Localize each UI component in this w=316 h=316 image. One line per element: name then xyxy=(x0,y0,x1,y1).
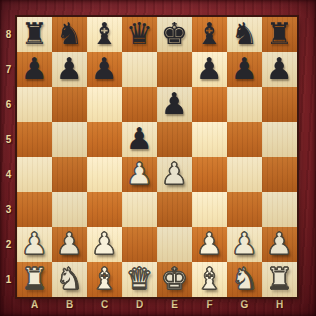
square-a4[interactable] xyxy=(17,157,52,192)
square-g8[interactable]: ♞ xyxy=(227,17,262,52)
square-d1[interactable]: ♛ xyxy=(122,262,157,297)
square-a2[interactable]: ♟ xyxy=(17,227,52,262)
black-pawn-icon[interactable]: ♟ xyxy=(227,52,262,87)
square-a5[interactable] xyxy=(17,122,52,157)
file-label: C xyxy=(87,297,122,316)
square-f7[interactable]: ♟ xyxy=(192,52,227,87)
rank-label: 6 xyxy=(0,87,17,122)
white-pawn-icon[interactable]: ♟ xyxy=(262,227,297,262)
square-e6[interactable]: ♟ xyxy=(157,87,192,122)
file-label: H xyxy=(262,297,297,316)
chess-board: ♜♞♝♛♚♝♞♜♟♟♟♟♟♟♟♟♟♟♟♟♟♟♟♟♜♞♝♛♚♝♞♜ xyxy=(17,17,297,297)
chess-board-frame: 87654321 ABCDEFGH ♜♞♝♛♚♝♞♜♟♟♟♟♟♟♟♟♟♟♟♟♟♟… xyxy=(0,0,316,316)
square-a8[interactable]: ♜ xyxy=(17,17,52,52)
white-pawn-icon[interactable]: ♟ xyxy=(87,227,122,262)
square-f8[interactable]: ♝ xyxy=(192,17,227,52)
square-d4[interactable]: ♟ xyxy=(122,157,157,192)
black-pawn-icon[interactable]: ♟ xyxy=(192,52,227,87)
rank-label: 8 xyxy=(0,17,17,52)
square-h4[interactable] xyxy=(262,157,297,192)
white-pawn-icon[interactable]: ♟ xyxy=(192,227,227,262)
black-rook-icon[interactable]: ♜ xyxy=(262,17,297,52)
black-queen-icon[interactable]: ♛ xyxy=(122,17,157,52)
square-a1[interactable]: ♜ xyxy=(17,262,52,297)
square-c4[interactable] xyxy=(87,157,122,192)
square-g3[interactable] xyxy=(227,192,262,227)
file-label: A xyxy=(17,297,52,316)
square-d8[interactable]: ♛ xyxy=(122,17,157,52)
square-h8[interactable]: ♜ xyxy=(262,17,297,52)
file-label: F xyxy=(192,297,227,316)
square-e7[interactable] xyxy=(157,52,192,87)
square-c8[interactable]: ♝ xyxy=(87,17,122,52)
white-queen-icon[interactable]: ♛ xyxy=(122,262,157,297)
square-g2[interactable]: ♟ xyxy=(227,227,262,262)
square-f5[interactable] xyxy=(192,122,227,157)
square-g7[interactable]: ♟ xyxy=(227,52,262,87)
rank-label: 1 xyxy=(0,262,17,297)
white-pawn-icon[interactable]: ♟ xyxy=(17,227,52,262)
rank-label: 5 xyxy=(0,122,17,157)
square-e3[interactable] xyxy=(157,192,192,227)
square-f6[interactable] xyxy=(192,87,227,122)
square-e1[interactable]: ♚ xyxy=(157,262,192,297)
square-b6[interactable] xyxy=(52,87,87,122)
black-pawn-icon[interactable]: ♟ xyxy=(17,52,52,87)
rank-label: 2 xyxy=(0,227,17,262)
white-rook-icon[interactable]: ♜ xyxy=(262,262,297,297)
white-pawn-icon[interactable]: ♟ xyxy=(227,227,262,262)
square-c5[interactable] xyxy=(87,122,122,157)
square-b7[interactable]: ♟ xyxy=(52,52,87,87)
white-rook-icon[interactable]: ♜ xyxy=(17,262,52,297)
square-h2[interactable]: ♟ xyxy=(262,227,297,262)
square-f3[interactable] xyxy=(192,192,227,227)
file-label: G xyxy=(227,297,262,316)
square-a3[interactable] xyxy=(17,192,52,227)
square-d3[interactable] xyxy=(122,192,157,227)
square-g5[interactable] xyxy=(227,122,262,157)
black-bishop-icon[interactable]: ♝ xyxy=(87,17,122,52)
rank-label: 4 xyxy=(0,157,17,192)
black-king-icon[interactable]: ♚ xyxy=(157,17,192,52)
square-c6[interactable] xyxy=(87,87,122,122)
square-d2[interactable] xyxy=(122,227,157,262)
white-bishop-icon[interactable]: ♝ xyxy=(192,262,227,297)
black-pawn-icon[interactable]: ♟ xyxy=(157,87,192,122)
black-pawn-icon[interactable]: ♟ xyxy=(87,52,122,87)
square-g6[interactable] xyxy=(227,87,262,122)
black-rook-icon[interactable]: ♜ xyxy=(17,17,52,52)
square-f1[interactable]: ♝ xyxy=(192,262,227,297)
square-d5[interactable]: ♟ xyxy=(122,122,157,157)
square-h6[interactable] xyxy=(262,87,297,122)
square-d6[interactable] xyxy=(122,87,157,122)
square-b2[interactable]: ♟ xyxy=(52,227,87,262)
square-c2[interactable]: ♟ xyxy=(87,227,122,262)
square-a6[interactable] xyxy=(17,87,52,122)
white-pawn-icon[interactable]: ♟ xyxy=(52,227,87,262)
black-bishop-icon[interactable]: ♝ xyxy=(192,17,227,52)
white-knight-icon[interactable]: ♞ xyxy=(227,262,262,297)
square-b3[interactable] xyxy=(52,192,87,227)
file-label: B xyxy=(52,297,87,316)
black-knight-icon[interactable]: ♞ xyxy=(227,17,262,52)
square-e4[interactable]: ♟ xyxy=(157,157,192,192)
square-e8[interactable]: ♚ xyxy=(157,17,192,52)
black-pawn-icon[interactable]: ♟ xyxy=(262,52,297,87)
square-g1[interactable]: ♞ xyxy=(227,262,262,297)
square-b5[interactable] xyxy=(52,122,87,157)
square-a7[interactable]: ♟ xyxy=(17,52,52,87)
black-pawn-icon[interactable]: ♟ xyxy=(122,122,157,157)
square-h7[interactable]: ♟ xyxy=(262,52,297,87)
square-b4[interactable] xyxy=(52,157,87,192)
file-label: E xyxy=(157,297,192,316)
square-g4[interactable] xyxy=(227,157,262,192)
white-knight-icon[interactable]: ♞ xyxy=(52,262,87,297)
square-e5[interactable] xyxy=(157,122,192,157)
black-knight-icon[interactable]: ♞ xyxy=(52,17,87,52)
file-label: D xyxy=(122,297,157,316)
square-b1[interactable]: ♞ xyxy=(52,262,87,297)
rank-labels: 87654321 xyxy=(0,17,17,297)
file-labels: ABCDEFGH xyxy=(17,297,297,316)
square-f4[interactable] xyxy=(192,157,227,192)
black-pawn-icon[interactable]: ♟ xyxy=(52,52,87,87)
square-c7[interactable]: ♟ xyxy=(87,52,122,87)
white-bishop-icon[interactable]: ♝ xyxy=(87,262,122,297)
square-e2[interactable] xyxy=(157,227,192,262)
rank-label: 3 xyxy=(0,192,17,227)
square-c3[interactable] xyxy=(87,192,122,227)
white-pawn-icon[interactable]: ♟ xyxy=(122,157,157,192)
square-f2[interactable]: ♟ xyxy=(192,227,227,262)
rank-label: 7 xyxy=(0,52,17,87)
square-b8[interactable]: ♞ xyxy=(52,17,87,52)
white-king-icon[interactable]: ♚ xyxy=(157,262,192,297)
square-h5[interactable] xyxy=(262,122,297,157)
white-pawn-icon[interactable]: ♟ xyxy=(157,157,192,192)
square-d7[interactable] xyxy=(122,52,157,87)
square-h1[interactable]: ♜ xyxy=(262,262,297,297)
square-h3[interactable] xyxy=(262,192,297,227)
square-c1[interactable]: ♝ xyxy=(87,262,122,297)
